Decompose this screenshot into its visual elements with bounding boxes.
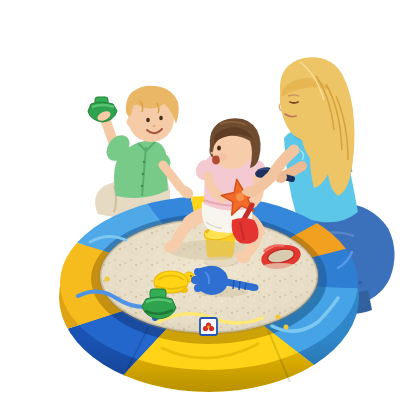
toddler-mouth-open	[212, 156, 220, 165]
toddler-eye	[217, 145, 221, 150]
panel-dot	[105, 277, 110, 282]
woman-eye	[290, 102, 298, 103]
product-photo	[0, 0, 416, 416]
panel-dot	[276, 315, 281, 320]
boy-nose	[153, 125, 156, 128]
brand-logo-badge	[200, 318, 217, 335]
boy-figure	[88, 86, 179, 219]
boy-eye-left	[146, 118, 150, 123]
boy-eye-right	[159, 116, 163, 121]
panel-dot	[284, 325, 289, 330]
sandbox-scene	[0, 0, 416, 416]
toddler-nose	[211, 152, 214, 155]
